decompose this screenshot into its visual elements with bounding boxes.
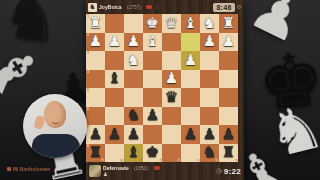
square-a7[interactable]: ♟ [219, 125, 238, 144]
channel-logo-icon [7, 167, 11, 171]
white-knight[interactable]: ♞ [127, 53, 140, 68]
square-g3[interactable] [105, 51, 124, 70]
player-clock: ◷ 9:22 [216, 167, 241, 176]
stopwatch-icon: ◷ [216, 168, 222, 175]
white-queen[interactable]: ♛ [165, 16, 178, 31]
file-label-f: f [141, 159, 142, 162]
square-h5[interactable]: 5 [86, 88, 105, 107]
square-b3[interactable] [200, 51, 219, 70]
streamer-head [43, 100, 67, 129]
square-d7[interactable] [162, 125, 181, 144]
square-g1[interactable] [105, 14, 124, 33]
black-pawn[interactable]: ♟ [222, 127, 235, 142]
webcam-circle [23, 94, 87, 158]
black-pawn[interactable]: ♟ [108, 127, 121, 142]
opponent-name[interactable]: JoyBoica [99, 4, 122, 9]
square-h1[interactable]: 1♜ [86, 14, 105, 33]
square-f1[interactable] [124, 14, 143, 33]
square-d1[interactable]: ♛ [162, 14, 181, 33]
white-king[interactable]: ♚ [146, 16, 159, 31]
square-g7[interactable]: ♟ [105, 125, 124, 144]
black-bishop[interactable]: ♝ [108, 71, 121, 86]
player-flag-icon [154, 166, 160, 170]
square-c7[interactable]: ♟ [181, 125, 200, 144]
white-rook[interactable]: ♜ [222, 16, 235, 31]
opponent-clock: 8:46 [213, 3, 234, 12]
square-b4[interactable] [200, 70, 219, 89]
square-c3[interactable]: ♟ [181, 51, 200, 70]
square-c8[interactable]: c [181, 144, 200, 163]
white-pawn[interactable]: ♟ [165, 71, 178, 86]
black-pawn[interactable]: ♟ [146, 108, 159, 123]
file-label-e: e [159, 159, 161, 162]
channel-watermark-text: IM Bartholomew [13, 167, 50, 172]
streamer-hand [33, 115, 46, 130]
square-g6[interactable] [105, 107, 124, 126]
square-f3[interactable]: ♞ [124, 51, 143, 70]
square-f2[interactable]: ♟ [124, 33, 143, 52]
square-g2[interactable]: ♟ [105, 33, 124, 52]
square-b6[interactable] [200, 107, 219, 126]
square-g8[interactable]: g [105, 144, 124, 163]
file-label-b: b [216, 159, 218, 162]
square-h8[interactable]: 8h♜ [86, 144, 105, 163]
square-e8[interactable]: e♚ [143, 144, 162, 163]
black-bishop[interactable]: ♝ [127, 145, 140, 160]
square-e7[interactable] [143, 125, 162, 144]
square-a5[interactable] [219, 88, 238, 107]
square-h3[interactable]: 3 [86, 51, 105, 70]
white-pawn[interactable]: ♟ [127, 34, 140, 49]
square-e4[interactable] [143, 70, 162, 89]
white-pawn[interactable]: ♟ [108, 34, 121, 49]
square-g4[interactable]: ♝ [105, 70, 124, 89]
white-pawn[interactable]: ♟ [89, 34, 102, 49]
player-info: Defensade (1650) ♟ [103, 165, 160, 178]
player-bar: Defensade (1650) ♟ ◷ 9:22 [86, 162, 244, 180]
chess-board[interactable]: 1♜♚♛♝♞♜2♟♟♟♝♟♟3♞♟4♝♟5♛6♞♟7♟♟♟♟♟♟8h♜gf♝e♚… [86, 14, 238, 162]
player-captured-pawn-icon: ♟ [103, 171, 108, 176]
square-e2[interactable]: ♝ [143, 33, 162, 52]
square-f6[interactable]: ♞ [124, 107, 143, 126]
file-label-h: h [102, 159, 104, 162]
white-pawn[interactable]: ♟ [203, 34, 216, 49]
file-label-d: d [178, 159, 180, 162]
white-rook[interactable]: ♜ [89, 16, 102, 31]
square-a1[interactable]: ♜ [219, 14, 238, 33]
channel-watermark: IM Bartholomew [7, 166, 59, 172]
rank-label-2: 2 [87, 33, 89, 36]
black-pawn[interactable]: ♟ [89, 127, 102, 142]
white-pawn[interactable]: ♟ [184, 53, 197, 68]
square-b7[interactable]: ♟ [200, 125, 219, 144]
square-d5[interactable]: ♛ [162, 88, 181, 107]
white-bishop[interactable]: ♝ [184, 16, 197, 31]
white-bishop[interactable]: ♝ [146, 34, 159, 49]
rank-label-8: 8 [87, 144, 89, 147]
square-c6[interactable] [181, 107, 200, 126]
black-pawn[interactable]: ♟ [184, 127, 197, 142]
lichess-capture: ♞ JoyBoica (1757) ♟ 8:46 ⚙ 1♜♚♛♝♞♜2♟♟♟♝♟… [86, 0, 244, 180]
square-a6[interactable] [219, 107, 238, 126]
square-a3[interactable] [219, 51, 238, 70]
rank-label-1: 1 [87, 14, 89, 17]
square-a2[interactable]: ♟ [219, 33, 238, 52]
opponent-rating: (1757) [127, 5, 141, 10]
square-h6[interactable]: 6 [86, 107, 105, 126]
black-king[interactable]: ♚ [146, 145, 159, 160]
square-c1[interactable]: ♝ [181, 14, 200, 33]
opponent-bar: ♞ JoyBoica (1757) ♟ 8:46 ⚙ [86, 0, 244, 14]
square-g5[interactable] [105, 88, 124, 107]
stream-frame: ♞♝♟♜♟♚♞♝ ♞ JoyBoica (1757) ♟ 8:46 ⚙ 1♜♚♛… [0, 0, 320, 180]
square-f7[interactable]: ♟ [124, 125, 143, 144]
square-h7[interactable]: 7♟ [86, 125, 105, 144]
square-a8[interactable]: a♜ [219, 144, 238, 163]
player-clock-time: 9:22 [224, 167, 241, 176]
square-b2[interactable]: ♟ [200, 33, 219, 52]
file-label-g: g [121, 159, 123, 162]
rank-label-5: 5 [87, 88, 89, 91]
black-pawn[interactable]: ♟ [203, 127, 216, 142]
player-rating: (1650) [134, 165, 148, 170]
knight-icon: ♞ [89, 4, 95, 11]
square-c4[interactable] [181, 70, 200, 89]
rank-label-4: 4 [87, 70, 89, 73]
black-rook[interactable]: ♜ [89, 145, 102, 160]
rank-label-6: 6 [87, 107, 89, 110]
black-knight[interactable]: ♞ [127, 108, 140, 123]
opponent-flag-icon [146, 5, 152, 9]
square-b8[interactable]: b♞ [200, 144, 219, 163]
square-f4[interactable] [124, 70, 143, 89]
square-f8[interactable]: f♝ [124, 144, 143, 163]
square-c5[interactable] [181, 88, 200, 107]
opponent-avatar[interactable]: ♞ [88, 3, 97, 12]
square-a4[interactable] [219, 70, 238, 89]
square-e1[interactable]: ♚ [143, 14, 162, 33]
square-d6[interactable] [162, 107, 181, 126]
black-pawn[interactable]: ♟ [127, 127, 140, 142]
square-c2[interactable] [181, 33, 200, 52]
square-h4[interactable]: 4 [86, 70, 105, 89]
square-e3[interactable] [143, 51, 162, 70]
square-e5[interactable] [143, 88, 162, 107]
black-queen[interactable]: ♛ [165, 90, 178, 105]
square-d4[interactable]: ♟ [162, 70, 181, 89]
square-d2[interactable] [162, 33, 181, 52]
rank-label-3: 3 [87, 51, 89, 54]
opponent-captured-pawn-icon: ♟ [154, 4, 160, 11]
white-knight[interactable]: ♞ [203, 16, 216, 31]
rank-label-7: 7 [87, 125, 89, 128]
square-d3[interactable] [162, 51, 181, 70]
file-label-c: c [197, 159, 199, 162]
square-b5[interactable] [200, 88, 219, 107]
player-avatar[interactable] [89, 165, 101, 177]
black-knight[interactable]: ♞ [203, 145, 216, 160]
gear-icon[interactable]: ⚙ [237, 4, 242, 10]
square-d8[interactable]: d [162, 144, 181, 163]
file-label-a: a [235, 159, 237, 162]
square-e6[interactable]: ♟ [143, 107, 162, 126]
square-h2[interactable]: 2♟ [86, 33, 105, 52]
square-b1[interactable]: ♞ [200, 14, 219, 33]
black-rook[interactable]: ♜ [222, 145, 235, 160]
square-f5[interactable] [124, 88, 143, 107]
white-pawn[interactable]: ♟ [222, 34, 235, 49]
